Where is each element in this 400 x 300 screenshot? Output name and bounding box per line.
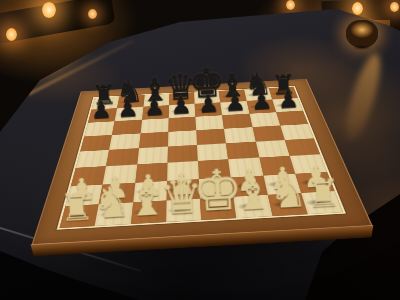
piece-white-rook-h1[interactable]: ♜ xyxy=(301,191,343,214)
piece-black-pawn-g7[interactable]: ♟ xyxy=(246,100,276,114)
wood-grain xyxy=(224,127,255,143)
wood-grain xyxy=(252,125,284,141)
square-c7[interactable]: ♟ xyxy=(142,105,169,119)
wood-grain xyxy=(76,150,110,168)
square-a4[interactable] xyxy=(76,150,110,168)
piece-white-knight-g1[interactable]: ♞ xyxy=(267,193,307,216)
square-h4[interactable] xyxy=(285,138,320,156)
square-f5[interactable] xyxy=(224,127,255,143)
bulb-glow-icon xyxy=(42,2,56,18)
square-g7[interactable]: ♟ xyxy=(246,100,276,114)
square-e6[interactable] xyxy=(195,115,224,130)
square-h7[interactable]: ♟ xyxy=(272,98,303,112)
piece-black-pawn-b7[interactable]: ♟ xyxy=(115,107,143,121)
white-rook-icon: ♜ xyxy=(306,174,342,213)
square-f1[interactable]: ♝ xyxy=(234,195,272,218)
piece-black-pawn-c7[interactable]: ♟ xyxy=(142,105,169,119)
square-h1[interactable]: ♜ xyxy=(301,191,343,214)
square-c5[interactable] xyxy=(139,132,169,149)
white-rook-icon: ♜ xyxy=(58,188,94,227)
square-f7[interactable]: ♟ xyxy=(221,101,250,115)
square-g5[interactable] xyxy=(252,125,284,141)
wood-grain xyxy=(80,135,112,152)
brass-lamp xyxy=(346,20,378,48)
square-b4[interactable] xyxy=(106,148,138,166)
board-squares: ♜♞♝♛♚♝♞♜♟♟♟♟♟♟♟♟♟♟♟♟♟♟♟♟♜♞♝♛♚♝♞♜ xyxy=(57,86,346,230)
piece-black-pawn-d7[interactable]: ♟ xyxy=(169,104,196,118)
wood-grain xyxy=(137,147,168,165)
wood-grain xyxy=(140,118,168,133)
wood-grain xyxy=(280,124,314,140)
square-d5[interactable] xyxy=(168,130,197,146)
square-c6[interactable] xyxy=(140,118,168,133)
bulb-glow-icon xyxy=(390,2,399,12)
wood-grain xyxy=(195,115,224,130)
square-b7[interactable]: ♟ xyxy=(115,107,143,121)
black-pawn-icon: ♟ xyxy=(197,91,220,116)
scene-photo: ♜♞♝♛♚♝♞♜♟♟♟♟♟♟♟♟♟♟♟♟♟♟♟♟♜♞♝♛♚♝♞♜ xyxy=(0,0,400,300)
bulb-glow-icon xyxy=(286,0,295,10)
piece-white-king-e1[interactable]: ♚ xyxy=(200,197,237,221)
lamp-arm-silhouette xyxy=(0,0,116,44)
square-h5[interactable] xyxy=(280,124,314,140)
wood-grain xyxy=(139,132,169,149)
bulb-glow-icon xyxy=(88,9,97,19)
bulb-glow-icon xyxy=(352,2,363,15)
wood-grain xyxy=(112,120,141,135)
wood-grain xyxy=(255,140,289,158)
bulb-glow-icon xyxy=(6,28,17,41)
piece-black-pawn-f7[interactable]: ♟ xyxy=(221,101,250,115)
square-b6[interactable] xyxy=(112,120,141,135)
square-d7[interactable]: ♟ xyxy=(169,104,196,118)
black-pawn-icon: ♟ xyxy=(250,88,273,113)
black-pawn-icon: ♟ xyxy=(90,97,113,122)
square-g1[interactable]: ♞ xyxy=(267,193,307,216)
square-a5[interactable] xyxy=(80,135,112,152)
piece-white-bishop-f1[interactable]: ♝ xyxy=(234,195,272,218)
square-e7[interactable]: ♟ xyxy=(195,103,223,117)
wood-grain xyxy=(106,148,138,166)
piece-black-pawn-h7[interactable]: ♟ xyxy=(272,98,303,112)
black-pawn-icon: ♟ xyxy=(277,86,300,111)
wood-grain xyxy=(168,117,196,132)
black-pawn-icon: ♟ xyxy=(143,94,166,119)
square-c4[interactable] xyxy=(137,147,168,165)
square-e5[interactable] xyxy=(196,129,226,145)
square-d6[interactable] xyxy=(168,117,196,132)
wood-grain xyxy=(196,129,226,145)
black-pawn-icon: ♟ xyxy=(224,89,247,114)
piece-black-pawn-e7[interactable]: ♟ xyxy=(195,103,223,117)
wood-grain xyxy=(168,130,197,146)
white-knight-icon: ♞ xyxy=(268,171,308,215)
black-pawn-icon: ♟ xyxy=(116,95,139,120)
square-e1[interactable]: ♚ xyxy=(200,197,237,221)
square-g4[interactable] xyxy=(255,140,289,158)
black-pawn-icon: ♟ xyxy=(170,92,193,117)
wood-grain xyxy=(285,138,320,156)
